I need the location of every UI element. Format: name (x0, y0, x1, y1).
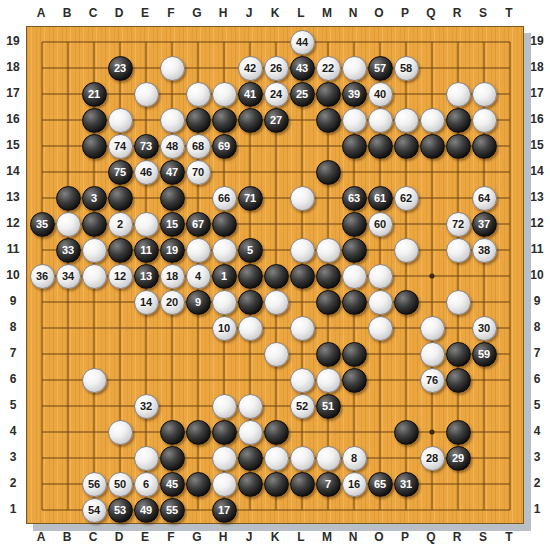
coord-label: L (288, 0, 314, 26)
stone-white-P13[interactable]: 62 (394, 186, 419, 211)
stone-white-N3[interactable]: 8 (342, 446, 367, 471)
stone-black-H1[interactable]: 17 (212, 498, 237, 523)
stone-white-E5[interactable]: 32 (134, 394, 159, 419)
stone-white-J5[interactable] (238, 394, 263, 419)
stone-black-H10[interactable]: 1 (212, 264, 237, 289)
coord-label: R (444, 0, 470, 26)
stone-black-D11[interactable] (108, 238, 133, 263)
stone-black-D18[interactable]: 23 (108, 56, 133, 81)
stone-white-G15[interactable]: 68 (186, 134, 211, 159)
stone-white-R9[interactable] (446, 290, 471, 315)
coord-label: 12 (524, 210, 550, 236)
stone-white-A10[interactable]: 36 (30, 264, 55, 289)
coord-label: 17 (0, 80, 26, 106)
stone-black-O15[interactable] (368, 134, 393, 159)
stone-black-J11[interactable]: 5 (238, 238, 263, 263)
stone-white-G11[interactable] (186, 238, 211, 263)
coord-label: 2 (524, 470, 550, 496)
stone-black-G12[interactable]: 67 (186, 212, 211, 237)
stone-black-O2[interactable]: 65 (368, 472, 393, 497)
stone-white-F16[interactable] (160, 108, 185, 133)
coord-label: 8 (524, 314, 550, 340)
coord-label: Q (418, 0, 444, 26)
coord-label: 6 (0, 366, 26, 392)
coord-label: 14 (524, 158, 550, 184)
stone-white-J8[interactable] (238, 316, 263, 341)
stone-black-C15[interactable] (82, 134, 107, 159)
stone-white-L19[interactable]: 44 (290, 30, 315, 55)
stone-white-H13[interactable]: 66 (212, 186, 237, 211)
stone-black-O13[interactable]: 61 (368, 186, 393, 211)
stone-black-M10[interactable] (316, 264, 341, 289)
stone-black-N9[interactable] (342, 290, 367, 315)
coord-label: 19 (524, 28, 550, 54)
stone-black-H16[interactable] (212, 108, 237, 133)
coord-label: 13 (0, 184, 26, 210)
stone-white-H8[interactable]: 10 (212, 316, 237, 341)
coord-label: 11 (0, 236, 26, 262)
stone-black-F2[interactable]: 45 (160, 472, 185, 497)
stone-black-M7[interactable] (316, 342, 341, 367)
stone-white-S16[interactable] (472, 108, 497, 133)
stone-black-B13[interactable] (56, 186, 81, 211)
stone-black-H4[interactable] (212, 420, 237, 445)
stone-black-M17[interactable] (316, 82, 341, 107)
coord-label: 3 (524, 444, 550, 470)
stone-white-F15[interactable]: 48 (160, 134, 185, 159)
stone-black-O18[interactable]: 57 (368, 56, 393, 81)
stone-white-E17[interactable] (134, 82, 159, 107)
coord-label: 14 (0, 158, 26, 184)
stone-black-J16[interactable] (238, 108, 263, 133)
coord-label: A (28, 0, 54, 26)
stone-black-S12[interactable]: 37 (472, 212, 497, 237)
coord-label: 13 (524, 184, 550, 210)
stone-white-F10[interactable]: 18 (160, 264, 185, 289)
stone-white-B10[interactable]: 34 (56, 264, 81, 289)
coord-label: 16 (0, 106, 26, 132)
stone-black-N11[interactable] (342, 238, 367, 263)
stone-black-L10[interactable] (290, 264, 315, 289)
stone-black-P2[interactable]: 31 (394, 472, 419, 497)
stone-white-F9[interactable]: 20 (160, 290, 185, 315)
coord-label: F (158, 0, 184, 26)
stone-white-Q7[interactable] (420, 342, 445, 367)
stone-black-A12[interactable]: 35 (30, 212, 55, 237)
stone-white-M11[interactable] (316, 238, 341, 263)
stone-black-P15[interactable] (394, 134, 419, 159)
stone-black-K4[interactable] (264, 420, 289, 445)
stone-black-M5[interactable]: 51 (316, 394, 341, 419)
stone-white-M6[interactable] (316, 368, 341, 393)
stone-white-D15[interactable]: 74 (108, 134, 133, 159)
stone-black-R7[interactable] (446, 342, 471, 367)
coord-label: 5 (524, 392, 550, 418)
go-board[interactable]: 4423422643225758214124253940277473486869… (26, 26, 524, 524)
coord-label: 4 (524, 418, 550, 444)
coord-label: G (184, 524, 210, 550)
stone-black-J17[interactable]: 41 (238, 82, 263, 107)
stone-white-Q16[interactable] (420, 108, 445, 133)
stone-white-S17[interactable] (472, 82, 497, 107)
stone-white-H9[interactable] (212, 290, 237, 315)
stone-black-M2[interactable]: 7 (316, 472, 341, 497)
stone-white-P18[interactable]: 58 (394, 56, 419, 81)
coord-label: K (262, 524, 288, 550)
stone-black-P9[interactable] (394, 290, 419, 315)
stone-white-H3[interactable] (212, 446, 237, 471)
stone-black-J10[interactable] (238, 264, 263, 289)
coord-label: B (54, 0, 80, 26)
stone-white-K7[interactable] (264, 342, 289, 367)
stone-black-D1[interactable]: 53 (108, 498, 133, 523)
stone-black-J13[interactable]: 71 (238, 186, 263, 211)
stone-white-O17[interactable]: 40 (368, 82, 393, 107)
coord-label: M (314, 0, 340, 26)
stone-black-J9[interactable] (238, 290, 263, 315)
stone-black-C13[interactable]: 3 (82, 186, 107, 211)
stone-white-E9[interactable]: 14 (134, 290, 159, 315)
stone-black-E15[interactable]: 73 (134, 134, 159, 159)
coord-label: 15 (0, 132, 26, 158)
stone-white-O16[interactable] (368, 108, 393, 133)
stone-white-J18[interactable]: 42 (238, 56, 263, 81)
coord-label: 17 (524, 80, 550, 106)
stone-white-H2[interactable] (212, 472, 237, 497)
stone-black-L2[interactable] (290, 472, 315, 497)
stone-black-C12[interactable] (82, 212, 107, 237)
coord-label: E (132, 0, 158, 26)
coord-label: M (314, 524, 340, 550)
coord-label: D (106, 524, 132, 550)
coord-label: O (366, 0, 392, 26)
stone-white-O12[interactable]: 60 (368, 212, 393, 237)
coord-label: H (210, 0, 236, 26)
coord-label: S (470, 0, 496, 26)
stone-black-S7[interactable]: 59 (472, 342, 497, 367)
coord-label: 3 (0, 444, 26, 470)
coord-label: A (28, 524, 54, 550)
stone-black-R15[interactable] (446, 134, 471, 159)
stone-black-L17[interactable]: 25 (290, 82, 315, 107)
stone-white-C2[interactable]: 56 (82, 472, 107, 497)
stone-black-R3[interactable]: 29 (446, 446, 471, 471)
stone-black-J2[interactable] (238, 472, 263, 497)
coord-label: O (366, 524, 392, 550)
stone-black-M16[interactable] (316, 108, 341, 133)
stone-black-E1[interactable]: 49 (134, 498, 159, 523)
stone-white-E2[interactable]: 6 (134, 472, 159, 497)
coord-label: 1 (524, 496, 550, 522)
coord-label: R (444, 524, 470, 550)
stone-white-K3[interactable] (264, 446, 289, 471)
stone-white-P16[interactable] (394, 108, 419, 133)
stone-white-N2[interactable]: 16 (342, 472, 367, 497)
coord-label: J (236, 0, 262, 26)
coord-label: T (496, 0, 522, 26)
stone-white-L3[interactable] (290, 446, 315, 471)
star-point (429, 429, 434, 434)
stone-white-E14[interactable]: 46 (134, 160, 159, 185)
stone-white-N18[interactable] (342, 56, 367, 81)
coord-label: J (236, 524, 262, 550)
stone-white-E3[interactable] (134, 446, 159, 471)
stone-white-D12[interactable]: 2 (108, 212, 133, 237)
stone-black-H15[interactable]: 69 (212, 134, 237, 159)
stone-white-L13[interactable] (290, 186, 315, 211)
stone-white-L8[interactable] (290, 316, 315, 341)
stone-black-G16[interactable] (186, 108, 211, 133)
coord-label: C (80, 524, 106, 550)
stone-black-D14[interactable]: 75 (108, 160, 133, 185)
stone-white-C1[interactable]: 54 (82, 498, 107, 523)
stone-black-N17[interactable]: 39 (342, 82, 367, 107)
stone-white-D2[interactable]: 50 (108, 472, 133, 497)
stone-white-F18[interactable] (160, 56, 185, 81)
stone-black-M9[interactable] (316, 290, 341, 315)
stone-white-M18[interactable]: 22 (316, 56, 341, 81)
coord-label: S (470, 524, 496, 550)
stone-black-C17[interactable]: 21 (82, 82, 107, 107)
stone-white-J4[interactable] (238, 420, 263, 445)
stone-white-G17[interactable] (186, 82, 211, 107)
stone-black-F14[interactable]: 47 (160, 160, 185, 185)
stone-black-F13[interactable] (160, 186, 185, 211)
stone-black-G4[interactable] (186, 420, 211, 445)
coord-label: 11 (524, 236, 550, 262)
stone-white-D16[interactable] (108, 108, 133, 133)
coord-label: 10 (524, 262, 550, 288)
stone-white-S11[interactable]: 38 (472, 238, 497, 263)
coord-label: 1 (0, 496, 26, 522)
go-diagram-screen: ABCDEFGHJKLMNOPQRST ABCDEFGHJKLMNOPQRST … (0, 0, 550, 550)
stone-white-N16[interactable] (342, 108, 367, 133)
stone-white-H5[interactable] (212, 394, 237, 419)
coord-label: H (210, 524, 236, 550)
stone-black-J3[interactable] (238, 446, 263, 471)
coord-label: 19 (0, 28, 26, 54)
stone-black-K16[interactable]: 27 (264, 108, 289, 133)
stone-black-Q15[interactable] (420, 134, 445, 159)
stone-white-H11[interactable] (212, 238, 237, 263)
coord-label: E (132, 524, 158, 550)
stone-white-R11[interactable] (446, 238, 471, 263)
stone-black-F11[interactable]: 19 (160, 238, 185, 263)
coord-label: T (496, 524, 522, 550)
coord-label: N (340, 524, 366, 550)
stone-white-R17[interactable] (446, 82, 471, 107)
stone-black-F4[interactable] (160, 420, 185, 445)
coord-label: P (392, 0, 418, 26)
coord-label: 9 (524, 288, 550, 314)
coord-label: B (54, 524, 80, 550)
stone-black-L18[interactable]: 43 (290, 56, 315, 81)
coord-label: 16 (524, 106, 550, 132)
coord-label: 15 (524, 132, 550, 158)
stone-white-S8[interactable]: 30 (472, 316, 497, 341)
stone-black-E11[interactable]: 11 (134, 238, 159, 263)
stone-black-R4[interactable] (446, 420, 471, 445)
stone-white-O9[interactable] (368, 290, 393, 315)
stone-black-F3[interactable] (160, 446, 185, 471)
stone-black-F12[interactable]: 15 (160, 212, 185, 237)
coord-label: G (184, 0, 210, 26)
stone-white-E12[interactable] (134, 212, 159, 237)
coord-label: 7 (0, 340, 26, 366)
stone-black-D13[interactable] (108, 186, 133, 211)
coord-label: 7 (524, 340, 550, 366)
stone-white-C6[interactable] (82, 368, 107, 393)
coord-label: 2 (0, 470, 26, 496)
coord-label: 12 (0, 210, 26, 236)
stone-white-N10[interactable] (342, 264, 367, 289)
stone-white-R12[interactable]: 72 (446, 212, 471, 237)
stone-black-K10[interactable] (264, 264, 289, 289)
stone-white-K18[interactable]: 26 (264, 56, 289, 81)
stone-white-G10[interactable]: 4 (186, 264, 211, 289)
coord-label: 10 (0, 262, 26, 288)
stone-white-O8[interactable] (368, 316, 393, 341)
stone-black-E10[interactable]: 13 (134, 264, 159, 289)
stone-white-K17[interactable]: 24 (264, 82, 289, 107)
stone-white-H17[interactable] (212, 82, 237, 107)
stone-black-M14[interactable] (316, 160, 341, 185)
stone-black-F1[interactable]: 55 (160, 498, 185, 523)
stone-white-O10[interactable] (368, 264, 393, 289)
stone-white-L5[interactable]: 52 (290, 394, 315, 419)
stone-black-G9[interactable]: 9 (186, 290, 211, 315)
stone-black-C16[interactable] (82, 108, 107, 133)
coord-label: K (262, 0, 288, 26)
stone-white-D10[interactable]: 12 (108, 264, 133, 289)
coord-label: 8 (0, 314, 26, 340)
stone-black-H12[interactable] (212, 212, 237, 237)
coord-label: 18 (524, 54, 550, 80)
coord-label: N (340, 0, 366, 26)
stone-black-N15[interactable] (342, 134, 367, 159)
stone-white-L11[interactable] (290, 238, 315, 263)
stone-white-K9[interactable] (264, 290, 289, 315)
coord-label: 18 (0, 54, 26, 80)
coord-label: F (158, 524, 184, 550)
coord-label: D (106, 0, 132, 26)
stone-black-R16[interactable] (446, 108, 471, 133)
stone-black-P4[interactable] (394, 420, 419, 445)
coord-label: P (392, 524, 418, 550)
stone-white-P11[interactable] (394, 238, 419, 263)
stone-white-S13[interactable]: 64 (472, 186, 497, 211)
coord-label: 4 (0, 418, 26, 444)
stone-black-S15[interactable] (472, 134, 497, 159)
stone-black-N6[interactable] (342, 368, 367, 393)
stone-white-L6[interactable] (290, 368, 315, 393)
stone-black-N13[interactable]: 63 (342, 186, 367, 211)
stone-white-Q8[interactable] (420, 316, 445, 341)
stone-black-B11[interactable]: 33 (56, 238, 81, 263)
stone-black-N7[interactable] (342, 342, 367, 367)
stone-white-Q6[interactable]: 76 (420, 368, 445, 393)
coord-label: C (80, 0, 106, 26)
stone-white-Q3[interactable]: 28 (420, 446, 445, 471)
coord-label: L (288, 524, 314, 550)
stone-black-G2[interactable] (186, 472, 211, 497)
stone-white-M3[interactable] (316, 446, 341, 471)
star-point (429, 273, 434, 278)
coord-label: Q (418, 524, 444, 550)
stone-black-R6[interactable] (446, 368, 471, 393)
coord-label: 6 (524, 366, 550, 392)
stone-white-C11[interactable] (82, 238, 107, 263)
stone-black-K2[interactable] (264, 472, 289, 497)
stone-white-G14[interactable]: 70 (186, 160, 211, 185)
stone-white-D4[interactable] (108, 420, 133, 445)
stone-white-C10[interactable] (82, 264, 107, 289)
coord-label: 9 (0, 288, 26, 314)
stone-white-B12[interactable] (56, 212, 81, 237)
stone-black-N12[interactable] (342, 212, 367, 237)
coord-label: 5 (0, 392, 26, 418)
